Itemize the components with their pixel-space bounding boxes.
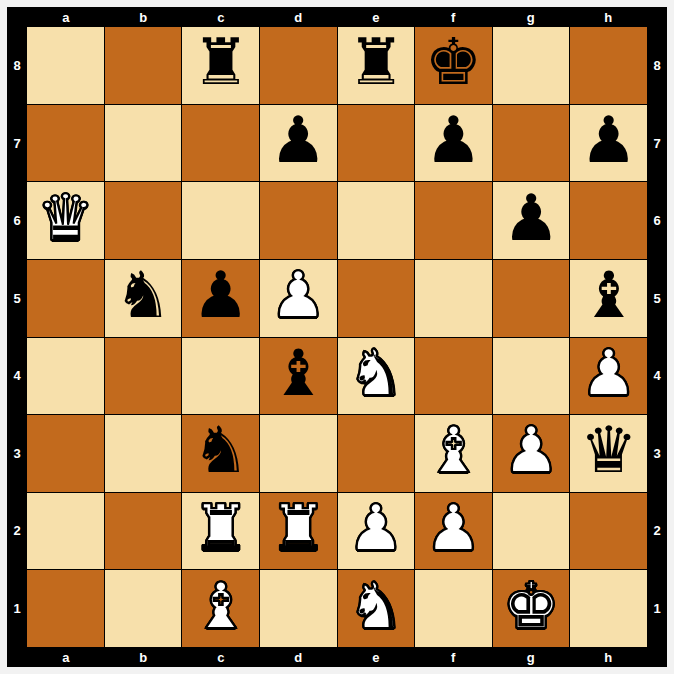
white-pawn[interactable]: ♟ <box>425 496 482 560</box>
square-h8[interactable] <box>570 27 647 104</box>
rank-label-1: 1 <box>7 570 27 648</box>
square-c2[interactable]: ♜ <box>182 493 259 570</box>
square-a3[interactable] <box>27 415 104 492</box>
white-knight[interactable]: ♞ <box>347 574 404 638</box>
square-d8[interactable] <box>260 27 337 104</box>
file-label-e: e <box>337 7 415 27</box>
square-e5[interactable] <box>338 260 415 337</box>
file-labels-bottom: abcdefgh <box>27 647 647 667</box>
square-d5[interactable]: ♟ <box>260 260 337 337</box>
square-f7[interactable]: ♟ <box>415 105 492 182</box>
black-pawn[interactable]: ♟ <box>580 108 637 172</box>
square-g8[interactable] <box>493 27 570 104</box>
file-label-h: h <box>570 647 648 667</box>
file-label-a: a <box>27 7 105 27</box>
square-h4[interactable]: ♟ <box>570 338 647 415</box>
white-bishop[interactable]: ♝ <box>425 418 482 482</box>
white-queen[interactable]: ♛ <box>37 186 94 250</box>
square-d6[interactable] <box>260 182 337 259</box>
file-labels-top: abcdefgh <box>27 7 647 27</box>
file-label-f: f <box>415 7 493 27</box>
file-label-g: g <box>492 647 570 667</box>
square-f4[interactable] <box>415 338 492 415</box>
black-knight[interactable]: ♞ <box>114 263 171 327</box>
square-e3[interactable] <box>338 415 415 492</box>
white-bishop[interactable]: ♝ <box>192 574 249 638</box>
file-label-d: d <box>260 647 338 667</box>
rank-label-2: 2 <box>7 492 27 570</box>
rank-label-8: 8 <box>7 27 27 105</box>
file-label-e: e <box>337 647 415 667</box>
white-rook[interactable]: ♜ <box>192 496 249 560</box>
file-label-f: f <box>415 647 493 667</box>
square-g4[interactable] <box>493 338 570 415</box>
square-c7[interactable] <box>182 105 259 182</box>
file-label-a: a <box>27 647 105 667</box>
square-b4[interactable] <box>105 338 182 415</box>
square-c5[interactable]: ♟ <box>182 260 259 337</box>
square-f1[interactable] <box>415 570 492 647</box>
rank-label-7: 7 <box>7 105 27 183</box>
black-queen[interactable]: ♛ <box>580 418 637 482</box>
board-grid: ♜♜♚♟♟♟♛♟♞♟♟♝♝♞♟♞♝♟♛♜♜♟♟♝♞♚ <box>27 27 647 647</box>
square-e6[interactable] <box>338 182 415 259</box>
rank-label-2: 2 <box>647 492 667 570</box>
square-a5[interactable] <box>27 260 104 337</box>
square-f6[interactable] <box>415 182 492 259</box>
rank-label-7: 7 <box>647 105 667 183</box>
black-knight[interactable]: ♞ <box>192 418 249 482</box>
square-e1[interactable]: ♞ <box>338 570 415 647</box>
black-king[interactable]: ♚ <box>425 30 482 94</box>
file-label-d: d <box>260 7 338 27</box>
square-d4[interactable]: ♝ <box>260 338 337 415</box>
square-a2[interactable] <box>27 493 104 570</box>
white-knight[interactable]: ♞ <box>347 341 404 405</box>
file-label-c: c <box>182 647 260 667</box>
square-c1[interactable]: ♝ <box>182 570 259 647</box>
square-g1[interactable]: ♚ <box>493 570 570 647</box>
white-pawn[interactable]: ♟ <box>347 496 404 560</box>
square-c4[interactable] <box>182 338 259 415</box>
rank-label-5: 5 <box>7 260 27 338</box>
square-e8[interactable]: ♜ <box>338 27 415 104</box>
square-h1[interactable] <box>570 570 647 647</box>
square-b5[interactable]: ♞ <box>105 260 182 337</box>
file-label-h: h <box>570 7 648 27</box>
square-g2[interactable] <box>493 493 570 570</box>
rank-labels-right: 87654321 <box>647 27 667 647</box>
square-d2[interactable]: ♜ <box>260 493 337 570</box>
rank-labels-left: 87654321 <box>7 27 27 647</box>
black-pawn[interactable]: ♟ <box>425 108 482 172</box>
square-b6[interactable] <box>105 182 182 259</box>
chessboard-frame: abcdefgh 87654321 ♜♜♚♟♟♟♛♟♞♟♟♝♝♞♟♞♝♟♛♜♜♟… <box>7 7 667 667</box>
rank-label-6: 6 <box>647 182 667 260</box>
file-label-b: b <box>105 647 183 667</box>
square-g5[interactable] <box>493 260 570 337</box>
black-rook[interactable]: ♜ <box>347 30 404 94</box>
file-label-g: g <box>492 7 570 27</box>
black-pawn[interactable]: ♟ <box>502 186 559 250</box>
square-g3[interactable]: ♟ <box>493 415 570 492</box>
square-f5[interactable] <box>415 260 492 337</box>
black-pawn[interactable]: ♟ <box>192 263 249 327</box>
black-pawn[interactable]: ♟ <box>270 108 327 172</box>
black-bishop[interactable]: ♝ <box>580 263 637 327</box>
square-e4[interactable]: ♞ <box>338 338 415 415</box>
square-b3[interactable] <box>105 415 182 492</box>
file-label-b: b <box>105 7 183 27</box>
rank-label-4: 4 <box>7 337 27 415</box>
square-h3[interactable]: ♛ <box>570 415 647 492</box>
rank-label-1: 1 <box>647 570 667 648</box>
square-b1[interactable] <box>105 570 182 647</box>
square-e7[interactable] <box>338 105 415 182</box>
square-a4[interactable] <box>27 338 104 415</box>
white-king[interactable]: ♚ <box>502 574 559 638</box>
white-rook[interactable]: ♜ <box>270 496 327 560</box>
white-pawn[interactable]: ♟ <box>502 418 559 482</box>
square-b2[interactable] <box>105 493 182 570</box>
black-rook[interactable]: ♜ <box>192 30 249 94</box>
square-a8[interactable] <box>27 27 104 104</box>
square-c3[interactable]: ♞ <box>182 415 259 492</box>
rank-label-3: 3 <box>647 415 667 493</box>
square-f2[interactable]: ♟ <box>415 493 492 570</box>
square-h5[interactable]: ♝ <box>570 260 647 337</box>
rank-label-8: 8 <box>647 27 667 105</box>
black-bishop[interactable]: ♝ <box>270 341 327 405</box>
square-f8[interactable]: ♚ <box>415 27 492 104</box>
square-b7[interactable] <box>105 105 182 182</box>
square-e2[interactable]: ♟ <box>338 493 415 570</box>
rank-label-4: 4 <box>647 337 667 415</box>
square-f3[interactable]: ♝ <box>415 415 492 492</box>
white-pawn[interactable]: ♟ <box>270 263 327 327</box>
square-d1[interactable] <box>260 570 337 647</box>
square-d3[interactable] <box>260 415 337 492</box>
square-h2[interactable] <box>570 493 647 570</box>
square-c6[interactable] <box>182 182 259 259</box>
square-g7[interactable] <box>493 105 570 182</box>
square-a1[interactable] <box>27 570 104 647</box>
square-h7[interactable]: ♟ <box>570 105 647 182</box>
square-a7[interactable] <box>27 105 104 182</box>
rank-label-3: 3 <box>7 415 27 493</box>
square-d7[interactable]: ♟ <box>260 105 337 182</box>
white-pawn[interactable]: ♟ <box>580 341 637 405</box>
square-a6[interactable]: ♛ <box>27 182 104 259</box>
square-h6[interactable] <box>570 182 647 259</box>
rank-label-6: 6 <box>7 182 27 260</box>
square-b8[interactable] <box>105 27 182 104</box>
square-g6[interactable]: ♟ <box>493 182 570 259</box>
file-label-c: c <box>182 7 260 27</box>
square-c8[interactable]: ♜ <box>182 27 259 104</box>
rank-label-5: 5 <box>647 260 667 338</box>
